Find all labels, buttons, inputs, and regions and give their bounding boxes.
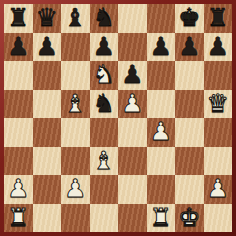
square-a3[interactable] xyxy=(4,147,33,176)
square-h6[interactable] xyxy=(204,61,233,90)
square-a4[interactable] xyxy=(4,118,33,147)
square-f7[interactable]: ♟ xyxy=(147,33,176,62)
square-c3[interactable] xyxy=(61,147,90,176)
square-f1[interactable]: ♜ xyxy=(147,204,176,233)
square-d3[interactable]: ♝ xyxy=(90,147,119,176)
square-a6[interactable] xyxy=(4,61,33,90)
square-b6[interactable] xyxy=(33,61,62,90)
square-g4[interactable] xyxy=(175,118,204,147)
square-a7[interactable]: ♟ xyxy=(4,33,33,62)
black-bishop-c8[interactable]: ♝ xyxy=(64,4,86,33)
square-g8[interactable]: ♚ xyxy=(175,4,204,33)
square-e4[interactable] xyxy=(118,118,147,147)
square-e1[interactable] xyxy=(118,204,147,233)
square-e8[interactable] xyxy=(118,4,147,33)
black-rook-h8[interactable]: ♜ xyxy=(207,4,229,33)
square-e6[interactable]: ♟ xyxy=(118,61,147,90)
black-pawn-e6[interactable]: ♟ xyxy=(121,61,143,90)
white-pawn-e5[interactable]: ♟ xyxy=(121,90,143,119)
square-a8[interactable]: ♜ xyxy=(4,4,33,33)
square-e7[interactable] xyxy=(118,33,147,62)
square-g7[interactable]: ♟ xyxy=(175,33,204,62)
board-frame: ♜♛♝♞♚♜♟♟♟♟♟♟♞♟♝♞♟♛♟♝♟♟♟♜♜♚ xyxy=(0,0,236,236)
white-queen-h5[interactable]: ♛ xyxy=(207,90,229,119)
square-h5[interactable]: ♛ xyxy=(204,90,233,119)
white-pawn-c2[interactable]: ♟ xyxy=(64,175,86,204)
square-f4[interactable]: ♟ xyxy=(147,118,176,147)
square-d8[interactable]: ♞ xyxy=(90,4,119,33)
square-c6[interactable] xyxy=(61,61,90,90)
square-g5[interactable] xyxy=(175,90,204,119)
white-bishop-c5[interactable]: ♝ xyxy=(64,90,86,119)
square-d5[interactable]: ♞ xyxy=(90,90,119,119)
square-b1[interactable] xyxy=(33,204,62,233)
white-bishop-d3[interactable]: ♝ xyxy=(93,147,115,176)
square-g6[interactable] xyxy=(175,61,204,90)
black-pawn-d7[interactable]: ♟ xyxy=(93,33,115,62)
black-pawn-b7[interactable]: ♟ xyxy=(36,33,58,62)
square-d1[interactable] xyxy=(90,204,119,233)
white-king-g1[interactable]: ♚ xyxy=(178,204,200,233)
square-f3[interactable] xyxy=(147,147,176,176)
square-f8[interactable] xyxy=(147,4,176,33)
square-b8[interactable]: ♛ xyxy=(33,4,62,33)
square-a1[interactable]: ♜ xyxy=(4,204,33,233)
square-f6[interactable] xyxy=(147,61,176,90)
square-g3[interactable] xyxy=(175,147,204,176)
square-h4[interactable] xyxy=(204,118,233,147)
square-g1[interactable]: ♚ xyxy=(175,204,204,233)
square-b7[interactable]: ♟ xyxy=(33,33,62,62)
square-c4[interactable] xyxy=(61,118,90,147)
white-knight-d6[interactable]: ♞ xyxy=(93,61,115,90)
square-d7[interactable]: ♟ xyxy=(90,33,119,62)
square-b2[interactable] xyxy=(33,175,62,204)
square-c8[interactable]: ♝ xyxy=(61,4,90,33)
square-h8[interactable]: ♜ xyxy=(204,4,233,33)
square-c7[interactable] xyxy=(61,33,90,62)
square-h7[interactable]: ♟ xyxy=(204,33,233,62)
square-f2[interactable] xyxy=(147,175,176,204)
square-e3[interactable] xyxy=(118,147,147,176)
square-g2[interactable] xyxy=(175,175,204,204)
chess-board[interactable]: ♜♛♝♞♚♜♟♟♟♟♟♟♞♟♝♞♟♛♟♝♟♟♟♜♜♚ xyxy=(4,4,232,232)
square-b4[interactable] xyxy=(33,118,62,147)
black-pawn-g7[interactable]: ♟ xyxy=(178,33,200,62)
black-knight-d8[interactable]: ♞ xyxy=(93,4,115,33)
white-pawn-a2[interactable]: ♟ xyxy=(7,175,29,204)
black-pawn-f7[interactable]: ♟ xyxy=(150,33,172,62)
square-c5[interactable]: ♝ xyxy=(61,90,90,119)
black-pawn-h7[interactable]: ♟ xyxy=(207,33,229,62)
square-c1[interactable] xyxy=(61,204,90,233)
black-rook-a8[interactable]: ♜ xyxy=(7,4,29,33)
black-king-g8[interactable]: ♚ xyxy=(178,4,200,33)
square-a2[interactable]: ♟ xyxy=(4,175,33,204)
white-rook-a1[interactable]: ♜ xyxy=(7,204,29,233)
square-d6[interactable]: ♞ xyxy=(90,61,119,90)
white-pawn-f4[interactable]: ♟ xyxy=(150,118,172,147)
square-f5[interactable] xyxy=(147,90,176,119)
black-queen-b8[interactable]: ♛ xyxy=(36,4,58,33)
square-b3[interactable] xyxy=(33,147,62,176)
square-b5[interactable] xyxy=(33,90,62,119)
black-knight-d5[interactable]: ♞ xyxy=(93,90,115,119)
square-h1[interactable] xyxy=(204,204,233,233)
square-h3[interactable] xyxy=(204,147,233,176)
square-c2[interactable]: ♟ xyxy=(61,175,90,204)
white-pawn-h2[interactable]: ♟ xyxy=(207,175,229,204)
square-d4[interactable] xyxy=(90,118,119,147)
white-rook-f1[interactable]: ♜ xyxy=(150,204,172,233)
square-e5[interactable]: ♟ xyxy=(118,90,147,119)
square-e2[interactable] xyxy=(118,175,147,204)
black-pawn-a7[interactable]: ♟ xyxy=(7,33,29,62)
square-a5[interactable] xyxy=(4,90,33,119)
square-d2[interactable] xyxy=(90,175,119,204)
square-h2[interactable]: ♟ xyxy=(204,175,233,204)
